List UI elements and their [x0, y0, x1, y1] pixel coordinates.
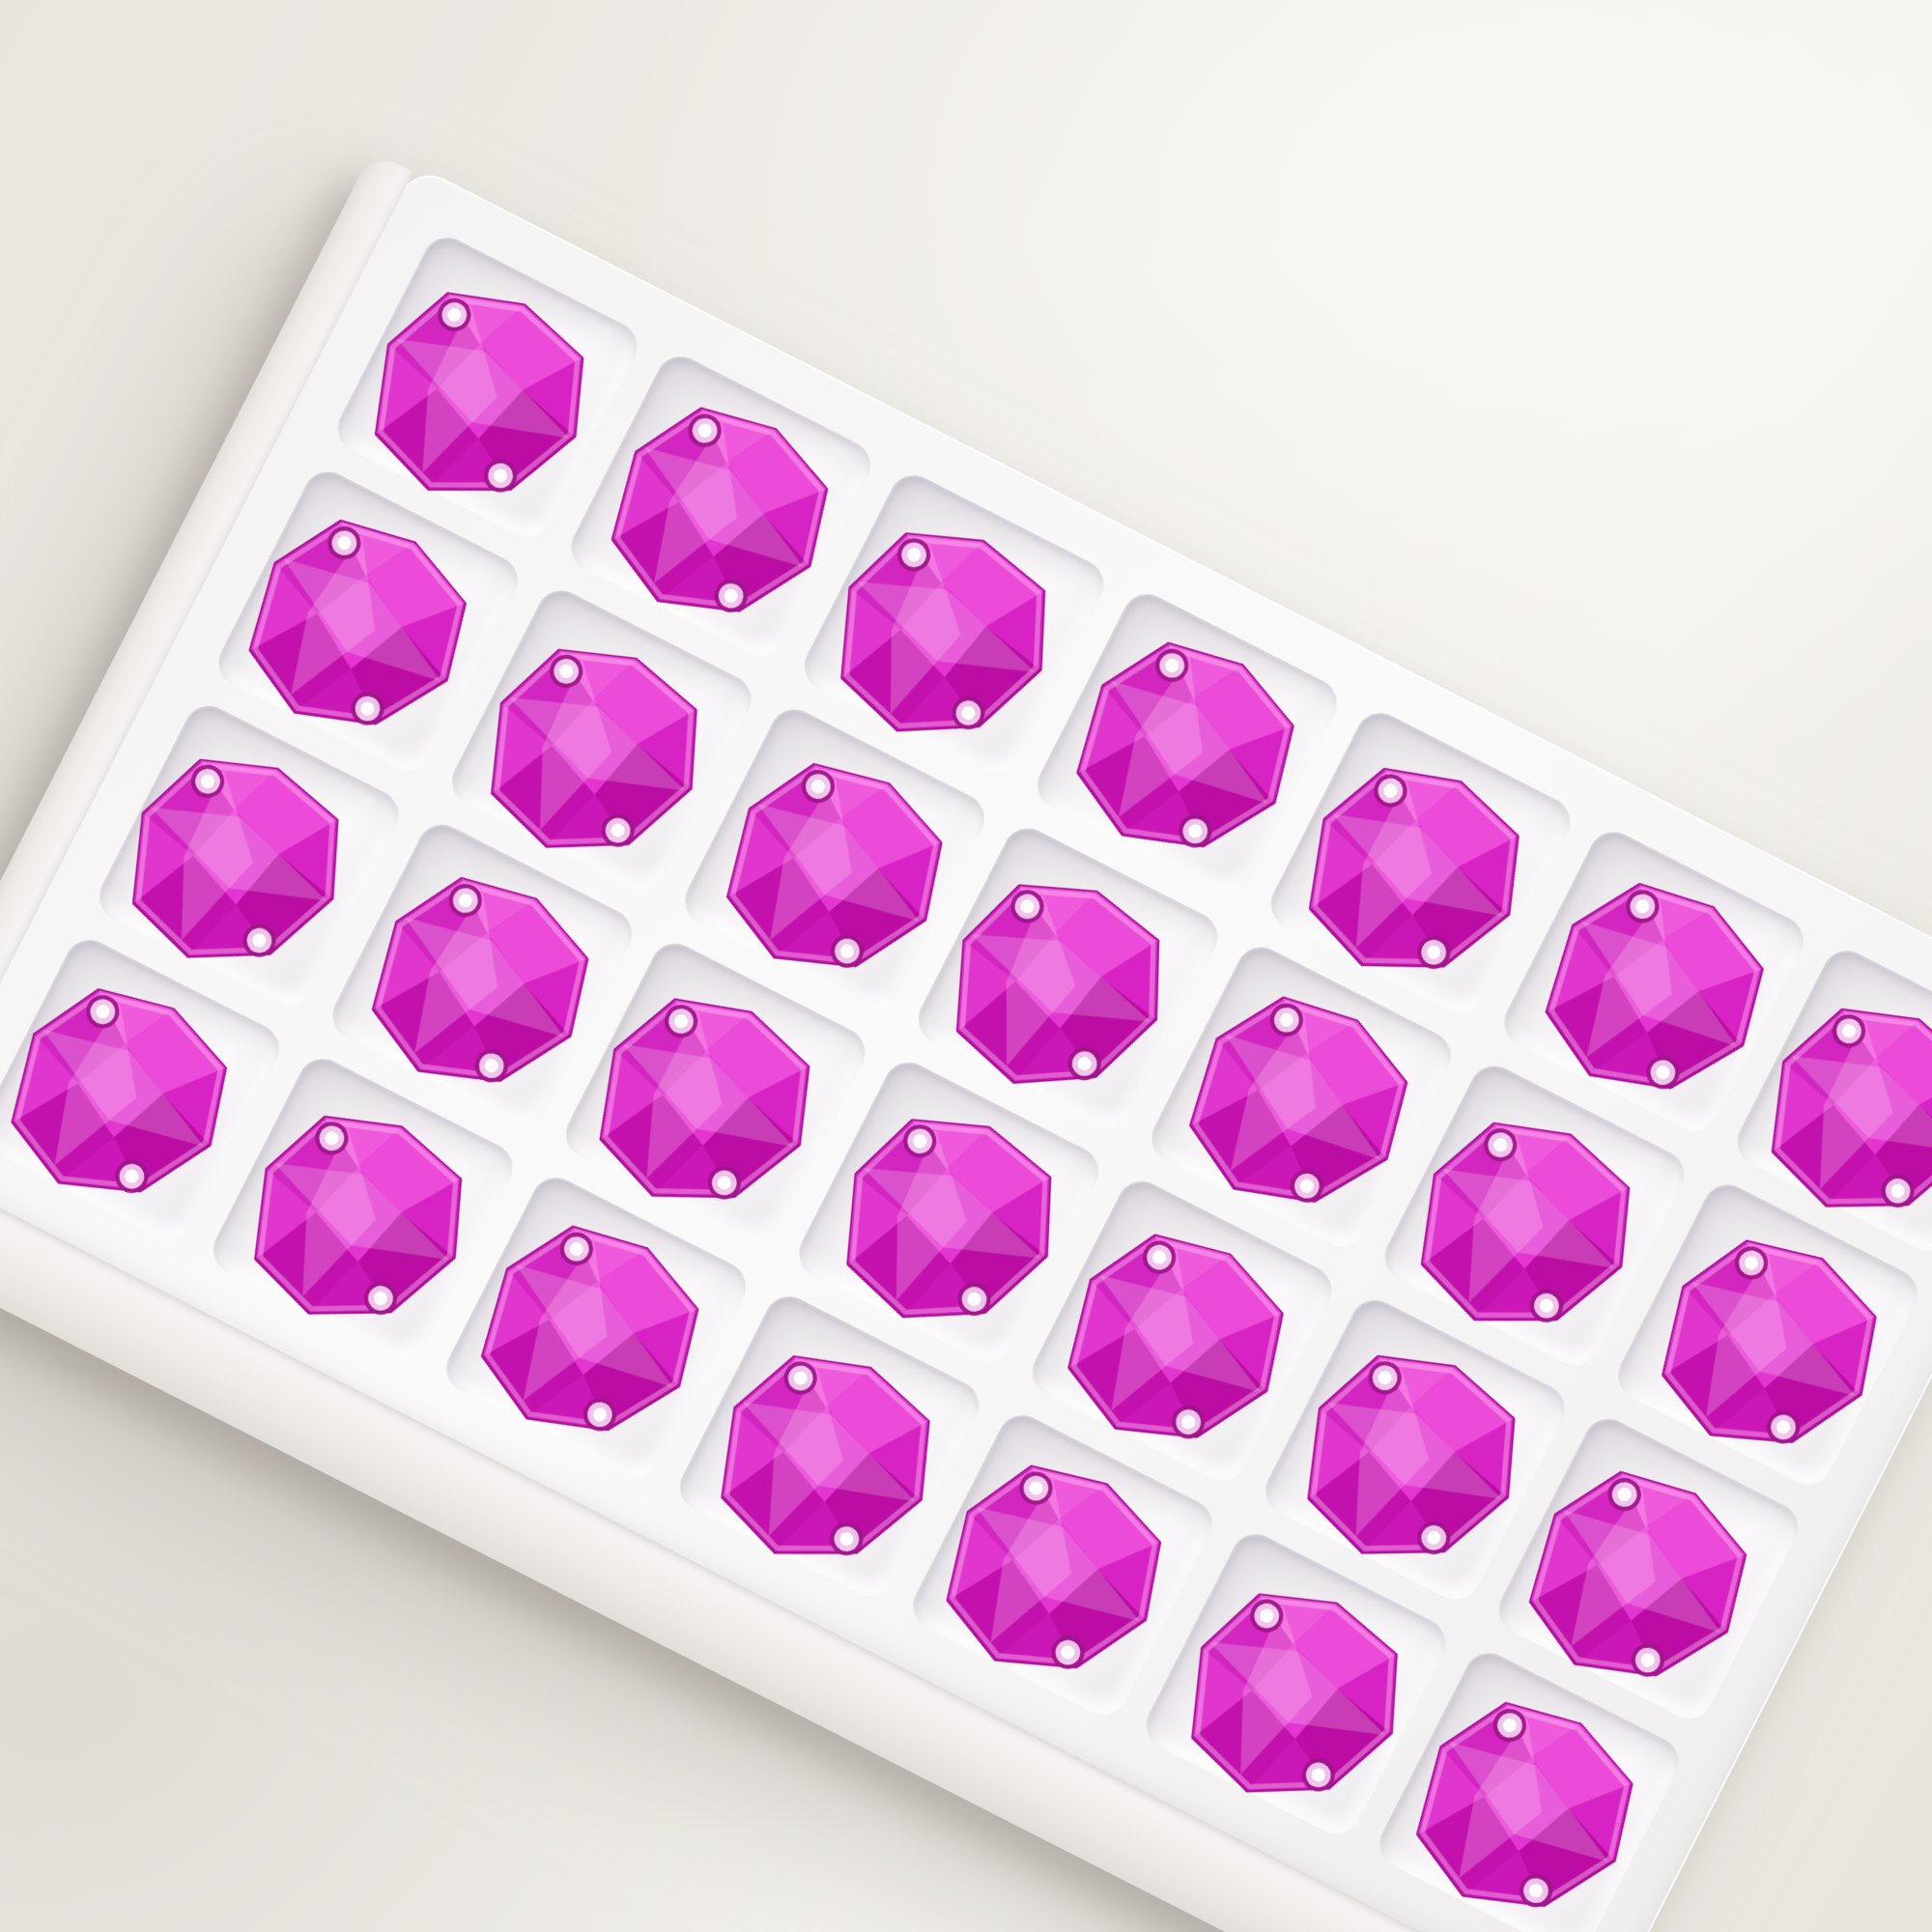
rhinestone-wrap — [1158, 1563, 1428, 1833]
rhinestone — [1627, 1207, 1908, 1489]
rhinestone-wrap — [342, 262, 615, 535]
rhinestone-wrap — [577, 374, 861, 658]
rhinestone-wrap — [1381, 1669, 1665, 1932]
rhinestone — [1381, 1669, 1665, 1932]
rhinestone — [1387, 1092, 1661, 1365]
rhinestone-wrap — [221, 1085, 493, 1356]
rhinestone — [99, 728, 369, 998]
rhinestone-wrap — [1041, 609, 1326, 894]
rhinestone — [221, 1085, 493, 1356]
rhinestone-blister-tray — [0, 164, 1932, 1932]
rhinestone-wrap — [0, 955, 259, 1237]
rhinestone-wrap — [688, 1324, 961, 1598]
rhinestone — [809, 502, 1075, 769]
rhinestone-wrap — [99, 728, 369, 998]
rhinestone-wrap — [924, 855, 1189, 1120]
rhinestone — [1274, 1324, 1546, 1596]
rhinestone-wrap — [1627, 1207, 1908, 1489]
rhinestone — [814, 1089, 1081, 1355]
rhinestone-wrap — [1275, 737, 1549, 1011]
rhinestone — [458, 619, 727, 889]
rhinestone-wrap — [1274, 1324, 1546, 1596]
rhinestone-wrap — [1387, 1092, 1661, 1365]
rhinestone-wrap — [458, 619, 727, 889]
rhinestone — [688, 1324, 961, 1598]
rhinestone — [1041, 609, 1326, 894]
rhinestone — [342, 262, 615, 535]
rhinestone — [1158, 1563, 1428, 1833]
rhinestone — [446, 1192, 731, 1477]
rhinestone-wrap — [912, 1433, 1193, 1714]
rhinestone — [1275, 737, 1549, 1011]
rhinestone-wrap — [809, 502, 1075, 769]
rhinestone-wrap — [814, 1089, 1081, 1355]
rhinestone — [912, 1433, 1193, 1714]
rhinestone — [577, 374, 861, 658]
rhinestone-wrap — [446, 1192, 731, 1477]
photo-background — [0, 0, 1932, 1932]
rhinestone — [0, 955, 259, 1237]
rhinestone — [924, 855, 1189, 1120]
